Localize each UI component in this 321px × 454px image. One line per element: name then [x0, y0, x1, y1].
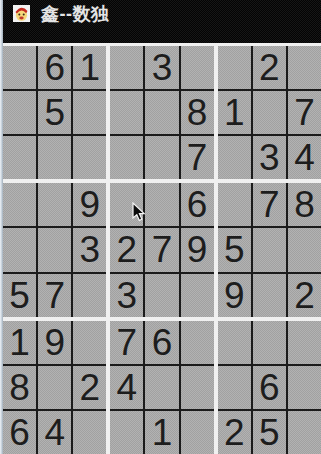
cell-r6c8[interactable]	[253, 274, 286, 317]
box-1-3: 21734	[218, 46, 321, 179]
cell-r5c9[interactable]	[288, 228, 321, 271]
cell-r5c6[interactable]: 9	[181, 228, 214, 271]
cell-r3c2[interactable]	[38, 136, 71, 179]
cell-r1c6[interactable]	[181, 46, 214, 89]
cell-r8c3[interactable]: 2	[73, 366, 106, 409]
cell-r6c7[interactable]: 9	[218, 274, 251, 317]
cell-r3c6[interactable]: 7	[181, 136, 214, 179]
cell-r2c7[interactable]: 1	[218, 91, 251, 134]
cell-r2c8[interactable]	[253, 91, 286, 134]
cell-r9c4[interactable]	[110, 411, 143, 454]
window-left-border	[0, 0, 3, 454]
cell-r8c8[interactable]: 6	[253, 366, 286, 409]
cell-r5c4[interactable]: 2	[110, 228, 143, 271]
sudoku-window: 鑫--数独 6153872173493576279378592198264764…	[0, 0, 321, 454]
cell-r4c4[interactable]	[110, 183, 143, 226]
cell-r6c6[interactable]	[181, 274, 214, 317]
cell-r5c2[interactable]	[38, 228, 71, 271]
window-title: 鑫--数独	[41, 5, 110, 24]
cell-r9c7[interactable]: 2	[218, 411, 251, 454]
cell-r8c6[interactable]	[181, 366, 214, 409]
cell-r5c1[interactable]	[3, 228, 36, 271]
cell-r9c3[interactable]	[73, 411, 106, 454]
cell-r1c4[interactable]	[110, 46, 143, 89]
cell-r7c9[interactable]	[288, 321, 321, 364]
cell-r6c9[interactable]: 2	[288, 274, 321, 317]
box-3-1: 198264	[3, 321, 106, 454]
cell-r2c1[interactable]	[3, 91, 36, 134]
cell-r8c7[interactable]	[218, 366, 251, 409]
cell-r4c5[interactable]	[145, 183, 178, 226]
cell-r4c7[interactable]	[218, 183, 251, 226]
cell-r5c5[interactable]: 7	[145, 228, 178, 271]
cell-r5c7[interactable]: 5	[218, 228, 251, 271]
cell-r1c1[interactable]	[3, 46, 36, 89]
cell-r5c8[interactable]	[253, 228, 286, 271]
cell-r9c1[interactable]: 6	[3, 411, 36, 454]
cell-r7c7[interactable]	[218, 321, 251, 364]
cell-r2c5[interactable]	[145, 91, 178, 134]
sudoku-board: 61538721734935762793785921982647641625	[3, 43, 321, 454]
cell-r1c8[interactable]: 2	[253, 46, 286, 89]
titlebar: 鑫--数独	[3, 0, 321, 43]
cell-r1c7[interactable]	[218, 46, 251, 89]
cell-r3c4[interactable]	[110, 136, 143, 179]
cell-r6c5[interactable]	[145, 274, 178, 317]
cell-r1c2[interactable]: 6	[38, 46, 71, 89]
cell-r4c1[interactable]	[3, 183, 36, 226]
cell-r7c2[interactable]: 9	[38, 321, 71, 364]
cell-r3c3[interactable]	[73, 136, 106, 179]
box-1-1: 615	[3, 46, 106, 179]
cell-r2c2[interactable]: 5	[38, 91, 71, 134]
cell-r8c5[interactable]	[145, 366, 178, 409]
cell-r8c1[interactable]: 8	[3, 366, 36, 409]
cell-r4c6[interactable]: 6	[181, 183, 214, 226]
cell-r7c5[interactable]: 6	[145, 321, 178, 364]
box-2-3: 78592	[218, 183, 321, 316]
cell-r3c5[interactable]	[145, 136, 178, 179]
cell-r1c5[interactable]: 3	[145, 46, 178, 89]
cell-r4c9[interactable]: 8	[288, 183, 321, 226]
cell-r8c9[interactable]	[288, 366, 321, 409]
cell-r7c3[interactable]	[73, 321, 106, 364]
cell-r7c6[interactable]	[181, 321, 214, 364]
box-3-2: 7641	[110, 321, 213, 454]
cell-r2c4[interactable]	[110, 91, 143, 134]
box-1-2: 387	[110, 46, 213, 179]
cell-r6c1[interactable]: 5	[3, 274, 36, 317]
cell-r4c2[interactable]	[38, 183, 71, 226]
cell-r9c8[interactable]: 5	[253, 411, 286, 454]
cell-r7c8[interactable]	[253, 321, 286, 364]
cell-r2c9[interactable]: 7	[288, 91, 321, 134]
cell-r3c8[interactable]: 3	[253, 136, 286, 179]
cell-r1c3[interactable]: 1	[73, 46, 106, 89]
cell-r9c6[interactable]	[181, 411, 214, 454]
cell-r3c1[interactable]	[3, 136, 36, 179]
box-2-1: 9357	[3, 183, 106, 316]
cell-r6c2[interactable]: 7	[38, 274, 71, 317]
cell-r7c4[interactable]: 7	[110, 321, 143, 364]
box-2-2: 62793	[110, 183, 213, 316]
cell-r9c9[interactable]	[288, 411, 321, 454]
cell-r4c8[interactable]: 7	[253, 183, 286, 226]
box-3-3: 625	[218, 321, 321, 454]
cell-r5c3[interactable]: 3	[73, 228, 106, 271]
cell-r3c9[interactable]: 4	[288, 136, 321, 179]
cell-r8c2[interactable]	[38, 366, 71, 409]
cell-r2c3[interactable]	[73, 91, 106, 134]
cell-r2c6[interactable]: 8	[181, 91, 214, 134]
cell-r4c3[interactable]: 9	[73, 183, 106, 226]
cell-r9c2[interactable]: 4	[38, 411, 71, 454]
cell-r9c5[interactable]: 1	[145, 411, 178, 454]
app-icon	[13, 5, 30, 22]
cell-r6c3[interactable]	[73, 274, 106, 317]
cell-r8c4[interactable]: 4	[110, 366, 143, 409]
cell-r3c7[interactable]	[218, 136, 251, 179]
cell-r1c9[interactable]	[288, 46, 321, 89]
cell-r6c4[interactable]: 3	[110, 274, 143, 317]
cell-r7c1[interactable]: 1	[3, 321, 36, 364]
